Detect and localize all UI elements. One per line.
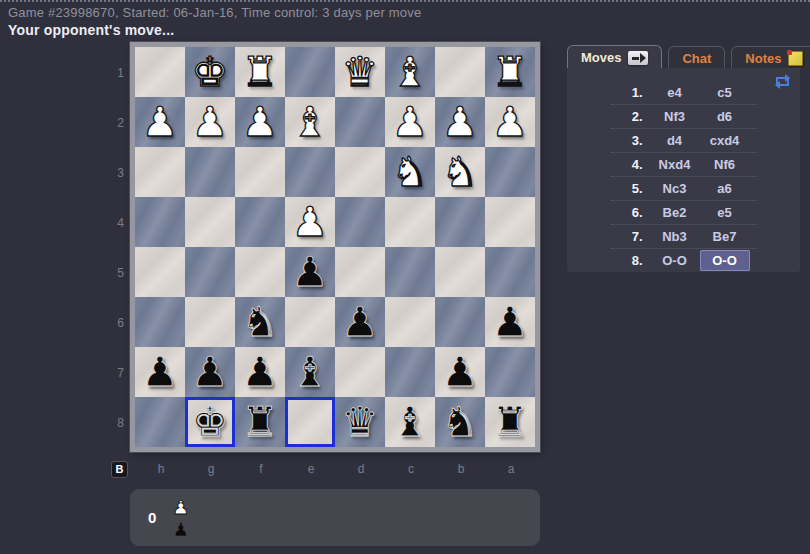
move-black-4[interactable]: Nf6 [700, 154, 750, 175]
file-labels: hgfedcba [136, 462, 536, 476]
square-f1[interactable]: ♜ [235, 47, 285, 97]
square-a7[interactable] [485, 347, 535, 397]
move-white-8[interactable]: O-O [650, 250, 700, 271]
move-row: 7.Nb3Be7 [611, 225, 757, 249]
captured-pieces-tray: 0 ♟♟ [130, 489, 540, 546]
square-g2[interactable]: ♟ [185, 97, 235, 147]
square-g4[interactable] [185, 197, 235, 247]
square-e2[interactable]: ♝ [285, 97, 335, 147]
move-black-3[interactable]: cxd4 [700, 130, 750, 151]
rank-label: 6 [96, 298, 124, 348]
square-d6[interactable]: ♟ [335, 297, 385, 347]
square-f4[interactable] [235, 197, 285, 247]
board-frame: ♚♜♛♝♜♟♟♟♝♟♟♟♞♞♟♟♞♟♟♟♟♟♝♟♚♜♛♝♞♜ [130, 42, 540, 452]
file-label: g [186, 462, 236, 476]
moves-panel: 1.e4c52.Nf3d63.d4cxd44.Nxd4Nf65.Nc3a66.B… [567, 68, 800, 272]
square-f8[interactable]: ♜ [235, 397, 285, 447]
piece-white-pawn[interactable]: ♟ [442, 97, 479, 147]
rank-label: 2 [96, 98, 124, 148]
captured-piece-black-pawn: ♟ [172, 518, 189, 540]
square-e1[interactable] [285, 47, 335, 97]
square-f2[interactable]: ♟ [235, 97, 285, 147]
square-g7[interactable]: ♟ [185, 347, 235, 397]
move-list: 1.e4c52.Nf3d63.d4cxd44.Nxd4Nf65.Nc3a66.B… [611, 81, 757, 272]
square-d2[interactable] [335, 97, 385, 147]
move-black-6[interactable]: e5 [700, 202, 750, 223]
sticky-note-icon [788, 51, 803, 66]
square-b2[interactable]: ♟ [435, 97, 485, 147]
rank-label: 7 [96, 348, 124, 398]
move-row: 5.Nc3a6 [611, 177, 757, 201]
game-info-text: Game #23998670, Started: 06-Jan-16, Time… [8, 5, 421, 20]
square-e7[interactable]: ♝ [285, 347, 335, 397]
square-h7[interactable]: ♟ [135, 347, 185, 397]
file-label: c [386, 462, 436, 476]
square-c1[interactable]: ♝ [385, 47, 435, 97]
move-black-8[interactable]: O-O [700, 250, 750, 271]
file-label: h [136, 462, 186, 476]
square-c5[interactable] [385, 247, 435, 297]
piece-black-pawn[interactable]: ♟ [342, 297, 379, 347]
square-a6[interactable]: ♟ [485, 297, 535, 347]
piece-black-knight[interactable]: ♞ [242, 297, 279, 347]
square-b5[interactable] [435, 247, 485, 297]
piece-black-rook[interactable]: ♜ [242, 397, 279, 447]
square-b3[interactable]: ♞ [435, 147, 485, 197]
tab-moves-label: Moves [581, 50, 621, 65]
captured-pieces-stack: ♟♟ [172, 496, 189, 540]
square-h2[interactable]: ♟ [135, 97, 185, 147]
move-number: 3. [611, 133, 650, 148]
rank-label: 5 [96, 248, 124, 298]
move-number: 6. [611, 205, 650, 220]
square-d5[interactable] [335, 247, 385, 297]
square-h4[interactable] [135, 197, 185, 247]
rank-label: 8 [96, 398, 124, 448]
move-number: 5. [611, 181, 650, 196]
piece-white-pawn[interactable]: ♟ [142, 97, 179, 147]
piece-white-pawn[interactable]: ♟ [292, 197, 329, 247]
piece-white-king[interactable]: ♚ [192, 47, 229, 97]
move-black-7[interactable]: Be7 [700, 226, 750, 247]
piece-black-rook[interactable]: ♜ [492, 397, 529, 447]
square-g3[interactable] [185, 147, 235, 197]
piece-white-queen[interactable]: ♛ [342, 47, 379, 97]
move-white-5[interactable]: Nc3 [650, 178, 700, 199]
tab-chat[interactable]: Chat [668, 46, 725, 69]
piece-black-pawn[interactable]: ♟ [142, 347, 179, 397]
square-d4[interactable] [335, 197, 385, 247]
square-h1[interactable] [135, 47, 185, 97]
piece-black-pawn[interactable]: ♟ [242, 347, 279, 397]
file-label: a [486, 462, 536, 476]
square-a4[interactable] [485, 197, 535, 247]
square-h5[interactable] [135, 247, 185, 297]
square-f6[interactable]: ♞ [235, 297, 285, 347]
move-row: 1.e4c5 [611, 81, 757, 105]
square-a1[interactable]: ♜ [485, 47, 535, 97]
move-number: 1. [611, 85, 650, 100]
square-e6[interactable] [285, 297, 335, 347]
file-label: e [286, 462, 336, 476]
piece-black-pawn[interactable]: ♟ [492, 297, 529, 347]
tab-chat-label: Chat [682, 51, 711, 66]
rank-label: 4 [96, 198, 124, 248]
square-d3[interactable] [335, 147, 385, 197]
flip-replay-icon[interactable] [773, 73, 792, 94]
square-d1[interactable]: ♛ [335, 47, 385, 97]
move-number: 4. [611, 157, 650, 172]
square-a2[interactable]: ♟ [485, 97, 535, 147]
piece-black-queen[interactable]: ♛ [342, 397, 379, 447]
move-white-7[interactable]: Nb3 [650, 226, 700, 247]
piece-black-pawn[interactable]: ♟ [442, 347, 479, 397]
square-e3[interactable] [285, 147, 335, 197]
square-c8[interactable]: ♝ [385, 397, 435, 447]
material-score: 0 [148, 509, 156, 526]
piece-black-bishop[interactable]: ♝ [392, 397, 429, 447]
square-e8[interactable] [285, 397, 335, 447]
piece-black-king[interactable]: ♚ [192, 397, 229, 447]
square-a8[interactable]: ♜ [485, 397, 535, 447]
piece-white-bishop[interactable]: ♝ [292, 97, 329, 147]
piece-white-rook[interactable]: ♜ [242, 47, 279, 97]
piece-white-knight[interactable]: ♞ [392, 147, 429, 197]
square-g1[interactable]: ♚ [185, 47, 235, 97]
move-white-4[interactable]: Nxd4 [650, 154, 700, 175]
piece-white-pawn[interactable]: ♟ [492, 97, 529, 147]
status-text: Your opponent's move... [8, 22, 174, 38]
move-row: 2.Nf3d6 [611, 105, 757, 129]
rank-label: 3 [96, 148, 124, 198]
square-b8[interactable]: ♞ [435, 397, 485, 447]
square-g8[interactable]: ♚ [185, 397, 235, 447]
tab-notes[interactable]: Notes [731, 46, 810, 69]
panel-tabs: Moves Chat Notes [567, 45, 810, 69]
captured-piece-white-pawn: ♟ [172, 496, 189, 518]
piece-white-pawn[interactable]: ♟ [242, 97, 279, 147]
square-g6[interactable] [185, 297, 235, 347]
square-d7[interactable] [335, 347, 385, 397]
piece-black-knight[interactable]: ♞ [442, 397, 479, 447]
square-b7[interactable]: ♟ [435, 347, 485, 397]
rank-labels: 12345678 [96, 48, 124, 448]
square-c3[interactable]: ♞ [385, 147, 435, 197]
move-black-2[interactable]: d6 [700, 106, 750, 127]
move-black-5[interactable]: a6 [700, 178, 750, 199]
move-white-6[interactable]: Be2 [650, 202, 700, 223]
file-label: f [236, 462, 286, 476]
move-row: 6.Be2e5 [611, 201, 757, 225]
file-label: d [336, 462, 386, 476]
square-a3[interactable] [485, 147, 535, 197]
square-h6[interactable] [135, 297, 185, 347]
piece-white-knight[interactable]: ♞ [442, 147, 479, 197]
move-number: 8. [611, 253, 650, 268]
move-number: 7. [611, 229, 650, 244]
document-export-icon [628, 51, 648, 65]
piece-white-pawn[interactable]: ♟ [192, 97, 229, 147]
side-to-move-badge: B [111, 461, 128, 478]
square-e5[interactable]: ♟ [285, 247, 335, 297]
square-e4[interactable]: ♟ [285, 197, 335, 247]
tab-moves[interactable]: Moves [567, 45, 662, 69]
move-row: 8.O-OO-O [611, 249, 757, 272]
square-c7[interactable] [385, 347, 435, 397]
square-f3[interactable] [235, 147, 285, 197]
tab-notes-label: Notes [745, 51, 781, 66]
piece-black-bishop[interactable]: ♝ [292, 347, 329, 397]
square-a5[interactable] [485, 247, 535, 297]
file-label: b [436, 462, 486, 476]
rank-label: 1 [96, 48, 124, 98]
piece-white-bishop[interactable]: ♝ [392, 47, 429, 97]
piece-black-pawn[interactable]: ♟ [292, 247, 329, 297]
piece-white-pawn[interactable]: ♟ [392, 97, 429, 147]
square-c2[interactable]: ♟ [385, 97, 435, 147]
game-info-bar: Game #23998670, Started: 06-Jan-16, Time… [0, 0, 810, 20]
piece-white-rook[interactable]: ♜ [492, 47, 529, 97]
move-white-3[interactable]: d4 [650, 130, 700, 151]
square-c6[interactable] [385, 297, 435, 347]
square-f5[interactable] [235, 247, 285, 297]
chess-board: ♚♜♛♝♜♟♟♟♝♟♟♟♞♞♟♟♞♟♟♟♟♟♝♟♚♜♛♝♞♜ [135, 47, 535, 447]
move-white-1[interactable]: e4 [650, 82, 700, 103]
square-h3[interactable] [135, 147, 185, 197]
square-b1[interactable] [435, 47, 485, 97]
move-white-2[interactable]: Nf3 [650, 106, 700, 127]
square-g5[interactable] [185, 247, 235, 297]
square-d8[interactable]: ♛ [335, 397, 385, 447]
move-row: 4.Nxd4Nf6 [611, 153, 757, 177]
square-f7[interactable]: ♟ [235, 347, 285, 397]
move-number: 2. [611, 109, 650, 124]
square-b4[interactable] [435, 197, 485, 247]
square-b6[interactable] [435, 297, 485, 347]
square-c4[interactable] [385, 197, 435, 247]
move-row: 3.d4cxd4 [611, 129, 757, 153]
piece-black-pawn[interactable]: ♟ [192, 347, 229, 397]
square-h8[interactable] [135, 397, 185, 447]
move-black-1[interactable]: c5 [700, 82, 750, 103]
